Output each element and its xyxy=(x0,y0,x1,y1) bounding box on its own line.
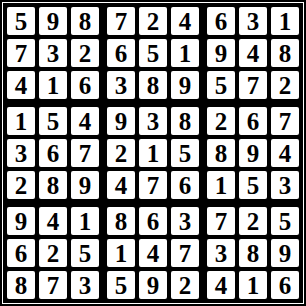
cell-r6c6[interactable]: 6 xyxy=(171,171,199,199)
cell-r2c7[interactable]: 9 xyxy=(207,39,235,67)
cell-r7c7[interactable]: 7 xyxy=(207,207,235,235)
cell-r1c6[interactable]: 4 xyxy=(171,7,199,35)
cell-r3c6[interactable]: 9 xyxy=(171,71,199,99)
cell-r7c6[interactable]: 3 xyxy=(171,207,199,235)
cell-r4c8[interactable]: 6 xyxy=(239,107,267,135)
cell-r1c5[interactable]: 2 xyxy=(139,7,167,35)
cell-r6c2[interactable]: 8 xyxy=(39,171,67,199)
cell-r3c5[interactable]: 8 xyxy=(139,71,167,99)
cell-r1c1[interactable]: 5 xyxy=(7,7,35,35)
box-3-3: 725389416 xyxy=(207,207,299,299)
cell-r6c5[interactable]: 7 xyxy=(139,171,167,199)
cell-r7c8[interactable]: 2 xyxy=(239,207,267,235)
box-1-3: 631948572 xyxy=(207,7,299,99)
cell-r9c6[interactable]: 2 xyxy=(171,271,199,299)
cell-r3c3[interactable]: 6 xyxy=(71,71,99,99)
cell-r7c5[interactable]: 6 xyxy=(139,207,167,235)
cell-r8c4[interactable]: 1 xyxy=(107,239,135,267)
cell-r9c2[interactable]: 7 xyxy=(39,271,67,299)
cell-r2c9[interactable]: 8 xyxy=(271,39,299,67)
cell-r3c1[interactable]: 4 xyxy=(7,71,35,99)
cell-r8c8[interactable]: 8 xyxy=(239,239,267,267)
cell-r5c2[interactable]: 6 xyxy=(39,139,67,167)
cell-r6c8[interactable]: 5 xyxy=(239,171,267,199)
cell-r5c4[interactable]: 2 xyxy=(107,139,135,167)
cell-r7c3[interactable]: 1 xyxy=(71,207,99,235)
cell-r8c9[interactable]: 9 xyxy=(271,239,299,267)
cell-r5c5[interactable]: 1 xyxy=(139,139,167,167)
cell-r5c6[interactable]: 5 xyxy=(171,139,199,167)
cell-r1c9[interactable]: 1 xyxy=(271,7,299,35)
cell-r6c1[interactable]: 2 xyxy=(7,171,35,199)
cell-r5c9[interactable]: 4 xyxy=(271,139,299,167)
cell-r8c3[interactable]: 5 xyxy=(71,239,99,267)
cell-r5c8[interactable]: 9 xyxy=(239,139,267,167)
cell-r3c2[interactable]: 1 xyxy=(39,71,67,99)
cell-r8c5[interactable]: 4 xyxy=(139,239,167,267)
box-2-3: 267894153 xyxy=(207,107,299,199)
sudoku-board: 5987324167246513896319485721543672899382… xyxy=(0,0,306,306)
cell-r4c6[interactable]: 8 xyxy=(171,107,199,135)
cell-r6c3[interactable]: 9 xyxy=(71,171,99,199)
cell-r4c1[interactable]: 1 xyxy=(7,107,35,135)
cell-r2c4[interactable]: 6 xyxy=(107,39,135,67)
cell-r4c5[interactable]: 3 xyxy=(139,107,167,135)
cell-r3c4[interactable]: 3 xyxy=(107,71,135,99)
cell-r8c6[interactable]: 7 xyxy=(171,239,199,267)
cell-r1c4[interactable]: 7 xyxy=(107,7,135,35)
cell-r7c4[interactable]: 8 xyxy=(107,207,135,235)
box-1-2: 724651389 xyxy=(107,7,199,99)
cell-r6c9[interactable]: 3 xyxy=(271,171,299,199)
cell-r2c5[interactable]: 5 xyxy=(139,39,167,67)
cell-r9c8[interactable]: 1 xyxy=(239,271,267,299)
cell-r2c2[interactable]: 3 xyxy=(39,39,67,67)
cell-r5c1[interactable]: 3 xyxy=(7,139,35,167)
cell-r3c9[interactable]: 2 xyxy=(271,71,299,99)
cell-r7c9[interactable]: 5 xyxy=(271,207,299,235)
cell-r4c3[interactable]: 4 xyxy=(71,107,99,135)
cell-r7c2[interactable]: 4 xyxy=(39,207,67,235)
cell-r2c8[interactable]: 4 xyxy=(239,39,267,67)
box-3-2: 863147592 xyxy=(107,207,199,299)
cell-r8c1[interactable]: 6 xyxy=(7,239,35,267)
cell-r4c4[interactable]: 9 xyxy=(107,107,135,135)
cell-r9c5[interactable]: 9 xyxy=(139,271,167,299)
cell-r9c1[interactable]: 8 xyxy=(7,271,35,299)
cell-r3c8[interactable]: 7 xyxy=(239,71,267,99)
cell-r5c7[interactable]: 8 xyxy=(207,139,235,167)
cell-r1c8[interactable]: 3 xyxy=(239,7,267,35)
cell-r8c2[interactable]: 2 xyxy=(39,239,67,267)
cell-r5c3[interactable]: 7 xyxy=(71,139,99,167)
cell-r6c7[interactable]: 1 xyxy=(207,171,235,199)
cell-r9c4[interactable]: 5 xyxy=(107,271,135,299)
cell-r2c6[interactable]: 1 xyxy=(171,39,199,67)
cell-r4c2[interactable]: 5 xyxy=(39,107,67,135)
cell-r2c1[interactable]: 7 xyxy=(7,39,35,67)
cell-r2c3[interactable]: 2 xyxy=(71,39,99,67)
cell-r6c4[interactable]: 4 xyxy=(107,171,135,199)
sudoku-grid: 5987324167246513896319485721543672899382… xyxy=(7,7,299,299)
cell-r1c3[interactable]: 8 xyxy=(71,7,99,35)
cell-r7c1[interactable]: 9 xyxy=(7,207,35,235)
cell-r9c7[interactable]: 4 xyxy=(207,271,235,299)
cell-r9c3[interactable]: 3 xyxy=(71,271,99,299)
cell-r1c7[interactable]: 6 xyxy=(207,7,235,35)
cell-r4c9[interactable]: 7 xyxy=(271,107,299,135)
cell-r4c7[interactable]: 2 xyxy=(207,107,235,135)
box-1-1: 598732416 xyxy=(7,7,99,99)
box-2-2: 938215476 xyxy=(107,107,199,199)
box-2-1: 154367289 xyxy=(7,107,99,199)
box-3-1: 941625873 xyxy=(7,207,99,299)
cell-r3c7[interactable]: 5 xyxy=(207,71,235,99)
cell-r9c9[interactable]: 6 xyxy=(271,271,299,299)
cell-r1c2[interactable]: 9 xyxy=(39,7,67,35)
cell-r8c7[interactable]: 3 xyxy=(207,239,235,267)
